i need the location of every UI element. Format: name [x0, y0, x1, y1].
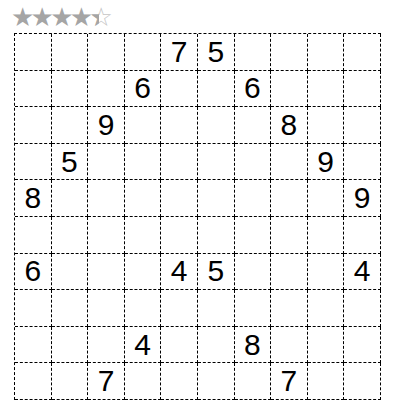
cell-r9c9[interactable]: [308, 327, 345, 364]
cell-r5c1[interactable]: 8: [15, 180, 52, 217]
cell-r9c10[interactable]: [344, 327, 381, 364]
cell-r10c5[interactable]: [161, 363, 198, 400]
cell-r7c2[interactable]: [52, 254, 89, 291]
cell-r4c7[interactable]: [235, 144, 272, 181]
cell-r3c3[interactable]: 9: [88, 107, 125, 144]
cell-r10c2[interactable]: [52, 363, 89, 400]
cell-r5c2[interactable]: [52, 180, 89, 217]
cell-r4c3[interactable]: [88, 144, 125, 181]
cell-r2c6[interactable]: [198, 71, 235, 108]
cell-r7c6[interactable]: 5: [198, 254, 235, 291]
cell-r10c1[interactable]: [15, 363, 52, 400]
cell-r6c6[interactable]: [198, 217, 235, 254]
cell-r10c3[interactable]: 7: [88, 363, 125, 400]
cell-r3c1[interactable]: [15, 107, 52, 144]
cell-r9c3[interactable]: [88, 327, 125, 364]
star-icon: ★: [31, 5, 51, 29]
cell-r2c9[interactable]: [308, 71, 345, 108]
cell-r7c10[interactable]: 4: [344, 254, 381, 291]
cell-r2c1[interactable]: [15, 71, 52, 108]
cell-r3c5[interactable]: [161, 107, 198, 144]
cell-r2c5[interactable]: [161, 71, 198, 108]
cell-r7c8[interactable]: [271, 254, 308, 291]
cell-r8c9[interactable]: [308, 290, 345, 327]
cell-r4c9[interactable]: 9: [308, 144, 345, 181]
cell-r9c2[interactable]: [52, 327, 89, 364]
cell-r2c2[interactable]: [52, 71, 89, 108]
cell-r9c5[interactable]: [161, 327, 198, 364]
cell-r5c6[interactable]: [198, 180, 235, 217]
cell-r8c5[interactable]: [161, 290, 198, 327]
cell-r5c7[interactable]: [235, 180, 272, 217]
star-icon: ★: [70, 5, 90, 29]
cell-r6c4[interactable]: [125, 217, 162, 254]
cell-r8c10[interactable]: [344, 290, 381, 327]
cell-r3c10[interactable]: [344, 107, 381, 144]
cell-r10c8[interactable]: 7: [271, 363, 308, 400]
cell-r1c9[interactable]: [308, 34, 345, 71]
cell-r5c5[interactable]: [161, 180, 198, 217]
cell-r2c10[interactable]: [344, 71, 381, 108]
cell-r8c8[interactable]: [271, 290, 308, 327]
cell-r9c4[interactable]: 4: [125, 327, 162, 364]
cell-r4c8[interactable]: [271, 144, 308, 181]
half-star-icon: ☆★: [89, 5, 109, 29]
cell-r10c9[interactable]: [308, 363, 345, 400]
cell-r1c6[interactable]: 5: [198, 34, 235, 71]
cell-r3c8[interactable]: 8: [271, 107, 308, 144]
cell-r3c9[interactable]: [308, 107, 345, 144]
difficulty-rating: ★★★★☆★: [11, 5, 109, 29]
cell-r1c7[interactable]: [235, 34, 272, 71]
cell-r2c3[interactable]: [88, 71, 125, 108]
cell-r9c7[interactable]: 8: [235, 327, 272, 364]
cell-r4c1[interactable]: [15, 144, 52, 181]
cell-r3c7[interactable]: [235, 107, 272, 144]
cell-r5c8[interactable]: [271, 180, 308, 217]
cell-r10c7[interactable]: [235, 363, 272, 400]
cell-r9c6[interactable]: [198, 327, 235, 364]
cell-r4c10[interactable]: [344, 144, 381, 181]
cell-r7c9[interactable]: [308, 254, 345, 291]
cell-r4c4[interactable]: [125, 144, 162, 181]
cell-r7c7[interactable]: [235, 254, 272, 291]
cell-r8c1[interactable]: [15, 290, 52, 327]
cell-r7c3[interactable]: [88, 254, 125, 291]
cell-r5c10[interactable]: 9: [344, 180, 381, 217]
cell-r2c7[interactable]: 6: [235, 71, 272, 108]
cell-r2c8[interactable]: [271, 71, 308, 108]
cell-r7c5[interactable]: 4: [161, 254, 198, 291]
cell-r10c4[interactable]: [125, 363, 162, 400]
cell-r6c9[interactable]: [308, 217, 345, 254]
cell-r7c1[interactable]: 6: [15, 254, 52, 291]
cell-r1c2[interactable]: [52, 34, 89, 71]
cell-r6c7[interactable]: [235, 217, 272, 254]
cell-r8c3[interactable]: [88, 290, 125, 327]
cell-r8c7[interactable]: [235, 290, 272, 327]
cell-r4c6[interactable]: [198, 144, 235, 181]
cell-r6c3[interactable]: [88, 217, 125, 254]
cell-r1c1[interactable]: [15, 34, 52, 71]
puzzle-grid: 756698598964544877: [14, 33, 381, 400]
star-icon: ★: [11, 5, 31, 29]
cell-r3c4[interactable]: [125, 107, 162, 144]
star-icon: ★: [50, 5, 70, 29]
cell-r8c6[interactable]: [198, 290, 235, 327]
cell-r6c1[interactable]: [15, 217, 52, 254]
cell-r5c9[interactable]: [308, 180, 345, 217]
cell-r2c4[interactable]: 6: [125, 71, 162, 108]
cell-r7c4[interactable]: [125, 254, 162, 291]
cell-r1c10[interactable]: [344, 34, 381, 71]
cell-r5c4[interactable]: [125, 180, 162, 217]
cell-r4c5[interactable]: [161, 144, 198, 181]
cell-r8c4[interactable]: [125, 290, 162, 327]
cell-r6c8[interactable]: [271, 217, 308, 254]
cell-r3c2[interactable]: [52, 107, 89, 144]
cell-r4c2[interactable]: 5: [52, 144, 89, 181]
cell-r1c4[interactable]: [125, 34, 162, 71]
cell-r1c5[interactable]: 7: [161, 34, 198, 71]
cell-r9c1[interactable]: [15, 327, 52, 364]
cell-r1c8[interactable]: [271, 34, 308, 71]
cell-r1c3[interactable]: [88, 34, 125, 71]
cell-r9c8[interactable]: [271, 327, 308, 364]
cell-r10c6[interactable]: [198, 363, 235, 400]
cell-r5c3[interactable]: [88, 180, 125, 217]
cell-r8c2[interactable]: [52, 290, 89, 327]
cell-r6c2[interactable]: [52, 217, 89, 254]
cell-r6c5[interactable]: [161, 217, 198, 254]
cell-r3c6[interactable]: [198, 107, 235, 144]
cell-r10c10[interactable]: [344, 363, 381, 400]
cell-r6c10[interactable]: [344, 217, 381, 254]
puzzle-page: ★★★★☆★ 756698598964544877: [0, 0, 394, 412]
